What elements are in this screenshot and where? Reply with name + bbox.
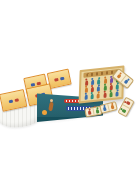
board-figure-icon <box>97 93 100 98</box>
card-symbol-icon <box>14 98 19 102</box>
tile-figure-icon <box>122 108 127 113</box>
board-figure-icon <box>116 91 119 96</box>
tile-figure-icon <box>124 79 129 84</box>
tile-figure-icon <box>103 106 107 111</box>
tile-figure-icon <box>110 104 114 109</box>
board-figure-icon <box>84 95 87 100</box>
ball-icon <box>42 110 47 115</box>
tile-figure-icon <box>96 109 100 113</box>
board-figure-icon <box>103 93 106 98</box>
tile-figure-icon <box>117 73 122 78</box>
character-head-icon <box>50 99 53 102</box>
tile-half <box>107 102 116 111</box>
character-icon <box>48 102 54 112</box>
tile-figure-icon <box>88 110 92 114</box>
board-figure-icon <box>91 94 94 99</box>
card-symbol-icon <box>8 99 13 103</box>
card-symbol-icon <box>54 77 59 81</box>
product-photo <box>0 0 140 187</box>
board-figure-icon <box>109 92 112 97</box>
card-symbol-icon <box>60 76 65 80</box>
tile-figure-icon <box>126 101 131 106</box>
